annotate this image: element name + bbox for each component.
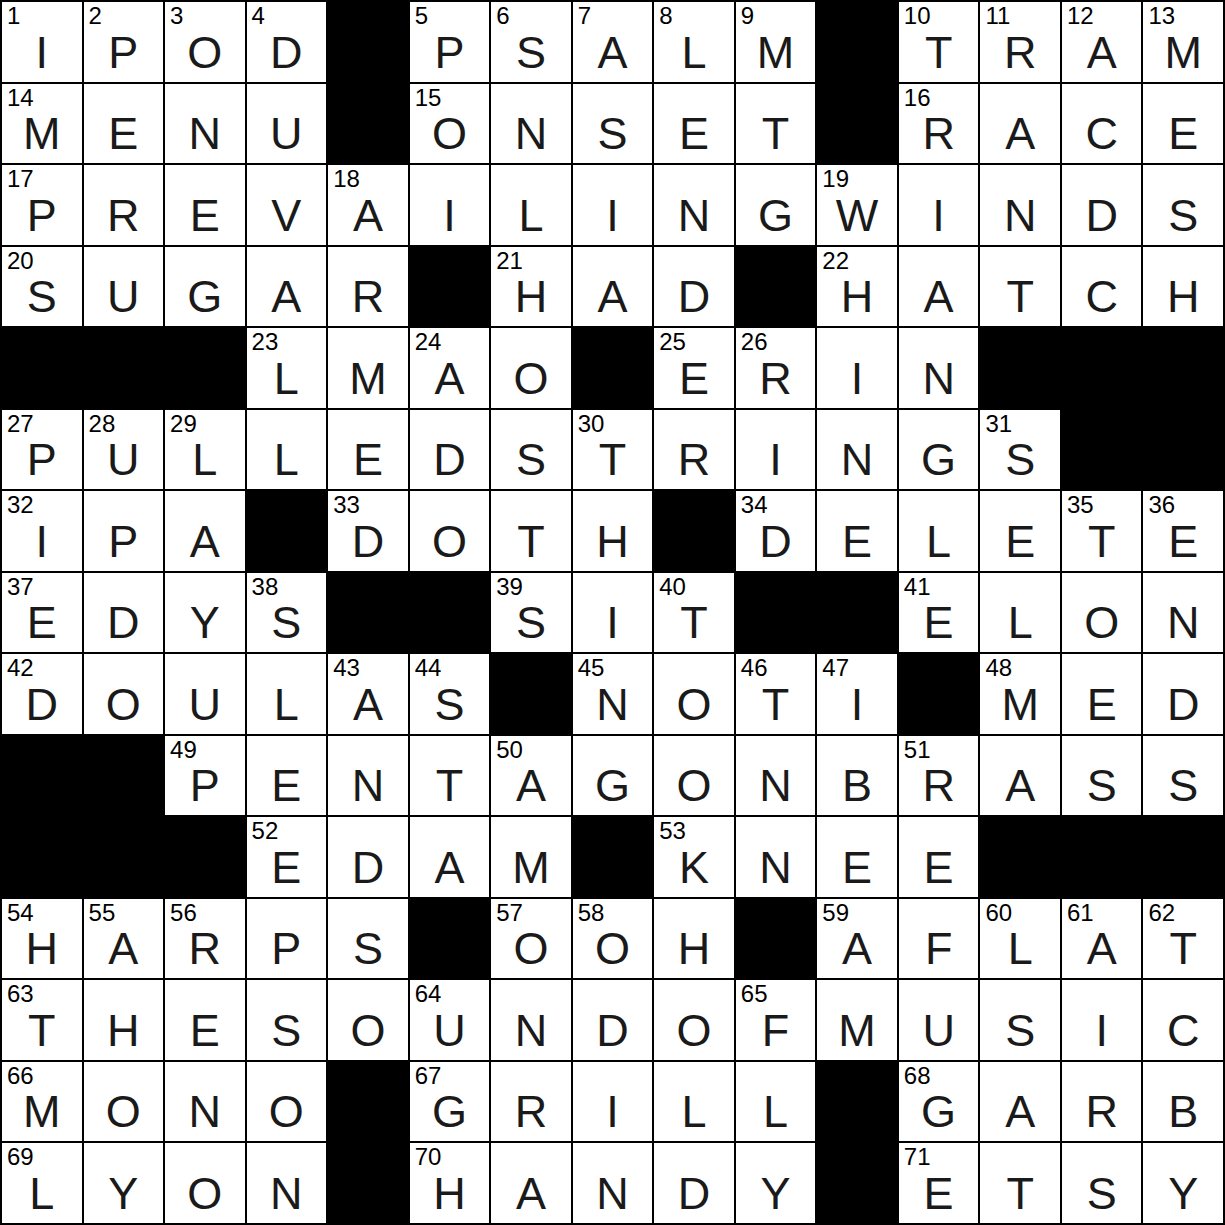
cell-r15c8[interactable]: N [573,1143,653,1223]
cell-letter: E [654,111,734,156]
cell-r12c4[interactable]: P [247,899,327,979]
cell-r4c3[interactable]: G [165,247,245,327]
cell-r1c12[interactable]: 10T [899,2,979,82]
cell-r11c12[interactable]: E [899,817,979,897]
cell-r10c4[interactable]: E [247,736,327,816]
cell-r6c10[interactable]: I [736,410,816,490]
cell-letter: H [573,519,653,564]
cell-r1c10[interactable]: 9M [736,2,816,82]
cell-r10c11[interactable]: B [817,736,897,816]
cell-r3c8[interactable]: I [573,165,653,245]
block-r11c8 [573,817,653,897]
cell-r8c3[interactable]: Y [165,573,245,653]
clue-number: 50 [496,737,523,763]
cell-r6c8[interactable]: 30T [573,410,653,490]
cell-letter: P [247,926,327,971]
cell-r2c15[interactable]: E [1143,84,1223,164]
cell-r10c8[interactable]: G [573,736,653,816]
clue-number: 61 [1067,900,1094,926]
clue-number: 57 [496,900,523,926]
cell-letter: N [899,356,979,401]
cell-r6c1[interactable]: 27P [2,410,82,490]
cell-r15c15[interactable]: Y [1143,1143,1223,1223]
cell-r2c10[interactable]: T [736,84,816,164]
cell-r13c14[interactable]: I [1062,980,1142,1060]
cell-r1c7[interactable]: 6S [491,2,571,82]
cell-r1c15[interactable]: 13M [1143,2,1223,82]
cell-r3c13[interactable]: N [980,165,1060,245]
cell-r3c10[interactable]: G [736,165,816,245]
cell-r10c15[interactable]: S [1143,736,1223,816]
cell-r1c14[interactable]: 12A [1062,2,1142,82]
cell-r7c12[interactable]: L [899,491,979,571]
cell-r9c3[interactable]: U [165,654,245,734]
cell-r3c6[interactable]: I [410,165,490,245]
clue-number: 67 [415,1063,442,1089]
cell-r4c1[interactable]: 20S [2,247,82,327]
cell-letter: E [980,519,1060,564]
cell-letter: P [2,193,82,238]
cell-r4c14[interactable]: C [1062,247,1142,327]
cell-r8c14[interactable]: O [1062,573,1142,653]
cell-letter: I [1062,1008,1142,1053]
clue-number: 68 [904,1063,931,1089]
cell-r4c4[interactable]: A [247,247,327,327]
cell-letter: M [491,845,571,890]
cell-r10c3[interactable]: 49P [165,736,245,816]
cell-r7c7[interactable]: T [491,491,571,571]
cell-r12c3[interactable]: 56R [165,899,245,979]
block-r9c12 [899,654,979,734]
cell-r9c5[interactable]: 43A [328,654,408,734]
clue-number: 31 [985,411,1012,437]
cell-r3c2[interactable]: R [84,165,164,245]
cell-r11c7[interactable]: M [491,817,571,897]
cell-r7c8[interactable]: H [573,491,653,571]
cell-letter: H [410,1171,490,1216]
cell-r14c10[interactable]: L [736,1062,816,1142]
cell-r8c2[interactable]: D [84,573,164,653]
cell-r7c5[interactable]: 33D [328,491,408,571]
cell-r15c9[interactable]: D [654,1143,734,1223]
cell-r9c15[interactable]: D [1143,654,1223,734]
block-r5c8 [573,328,653,408]
block-r15c5 [328,1143,408,1223]
cell-letter: S [1143,193,1223,238]
cell-r13c1[interactable]: 63T [2,980,82,1060]
cell-r2c2[interactable]: E [84,84,164,164]
cell-r11c6[interactable]: A [410,817,490,897]
cell-r7c10[interactable]: 34D [736,491,816,571]
cell-r15c10[interactable]: Y [736,1143,816,1223]
clue-number: 24 [415,329,442,355]
cell-r8c15[interactable]: N [1143,573,1223,653]
cell-r6c3[interactable]: 29L [165,410,245,490]
cell-r6c11[interactable]: N [817,410,897,490]
block-r15c11 [817,1143,897,1223]
cell-r4c7[interactable]: 21H [491,247,571,327]
cell-r13c6[interactable]: 64U [410,980,490,1060]
cell-r7c14[interactable]: 35T [1062,491,1142,571]
cell-r5c6[interactable]: 24A [410,328,490,408]
cell-letter: L [654,1089,734,1134]
cell-letter: A [328,682,408,727]
cell-r12c2[interactable]: 55A [84,899,164,979]
clue-number: 69 [7,1144,34,1170]
cell-r7c15[interactable]: 36E [1143,491,1223,571]
clue-number: 42 [7,655,34,681]
cell-r11c5[interactable]: D [328,817,408,897]
cell-r10c14[interactable]: S [1062,736,1142,816]
block-r5c3 [165,328,245,408]
clue-number: 11 [985,3,1010,29]
cell-r2c13[interactable]: A [980,84,1060,164]
clue-number: 3 [170,3,183,29]
cell-r4c11[interactable]: 22H [817,247,897,327]
cell-letter: C [1062,111,1142,156]
cell-r15c4[interactable]: N [247,1143,327,1223]
cell-letter: L [736,1089,816,1134]
cell-letter: I [817,356,897,401]
cell-letter: T [654,600,734,645]
cell-r13c10[interactable]: 65F [736,980,816,1060]
block-r7c4 [247,491,327,571]
cell-r3c9[interactable]: N [654,165,734,245]
cell-r2c9[interactable]: E [654,84,734,164]
block-r8c6 [410,573,490,653]
cell-r8c7[interactable]: 39S [491,573,571,653]
cell-r13c4[interactable]: S [247,980,327,1060]
cell-letter: N [980,193,1060,238]
cell-r12c1[interactable]: 54H [2,899,82,979]
cell-letter: R [736,356,816,401]
cell-letter: H [817,274,897,319]
cell-letter: O [410,111,490,156]
cell-r9c2[interactable]: O [84,654,164,734]
clue-number: 6 [496,3,509,29]
cell-r6c6[interactable]: D [410,410,490,490]
cell-letter: T [980,274,1060,319]
cell-r14c7[interactable]: R [491,1062,571,1142]
clue-number: 53 [659,818,686,844]
cell-r3c5[interactable]: 18A [328,165,408,245]
cell-r15c13[interactable]: T [980,1143,1060,1223]
cell-letter: H [1143,274,1223,319]
cell-r5c11[interactable]: I [817,328,897,408]
cell-letter: O [328,1008,408,1053]
cell-r12c13[interactable]: 60L [980,899,1060,979]
cell-letter: R [980,30,1060,75]
cell-letter: N [573,1171,653,1216]
cell-r15c14[interactable]: S [1062,1143,1142,1223]
cell-letter: I [410,193,490,238]
clue-number: 63 [7,981,34,1007]
cell-r9c1[interactable]: 42D [2,654,82,734]
cell-r7c13[interactable]: E [980,491,1060,571]
cell-r6c12[interactable]: G [899,410,979,490]
cell-r13c13[interactable]: S [980,980,1060,1060]
clue-number: 20 [7,248,34,274]
clue-number: 14 [7,85,34,111]
block-r5c15 [1143,328,1223,408]
cell-r1c6[interactable]: 5P [410,2,490,82]
cell-letter: F [899,926,979,971]
cell-letter: C [1062,274,1142,319]
cell-r6c2[interactable]: 28U [84,410,164,490]
block-r2c11 [817,84,897,164]
cell-letter: U [84,274,164,319]
cell-letter: M [1143,30,1223,75]
cell-r3c3[interactable]: E [165,165,245,245]
cell-letter: P [410,30,490,75]
cell-r14c12[interactable]: 68G [899,1062,979,1142]
cell-r15c1[interactable]: 69L [2,1143,82,1223]
cell-r9c9[interactable]: O [654,654,734,734]
cell-letter: A [899,274,979,319]
cell-r5c10[interactable]: 26R [736,328,816,408]
cell-letter: Y [165,600,245,645]
cell-r13c12[interactable]: U [899,980,979,1060]
cell-r6c13[interactable]: 31S [980,410,1060,490]
cell-r13c9[interactable]: O [654,980,734,1060]
cell-r10c6[interactable]: T [410,736,490,816]
cell-r12c15[interactable]: 62T [1143,899,1223,979]
cell-letter: U [165,682,245,727]
cell-r8c4[interactable]: 38S [247,573,327,653]
cell-r12c5[interactable]: S [328,899,408,979]
cell-letter: L [247,356,327,401]
cell-r2c8[interactable]: S [573,84,653,164]
cell-letter: E [1143,519,1223,564]
cell-r4c12[interactable]: A [899,247,979,327]
cell-r14c8[interactable]: I [573,1062,653,1142]
cell-letter: A [1062,30,1142,75]
cell-letter: M [2,1089,82,1134]
cell-r9c11[interactable]: 47I [817,654,897,734]
cell-r2c14[interactable]: C [1062,84,1142,164]
cell-letter: G [410,1089,490,1134]
cell-r15c12[interactable]: 71E [899,1143,979,1223]
cell-letter: D [1062,193,1142,238]
clue-number: 33 [333,492,360,518]
cell-r12c12[interactable]: F [899,899,979,979]
cell-letter: O [573,926,653,971]
cell-letter: H [2,926,82,971]
cell-r10c13[interactable]: A [980,736,1060,816]
cell-r15c6[interactable]: 70H [410,1143,490,1223]
clue-number: 56 [170,900,197,926]
cell-r1c9[interactable]: 8L [654,2,734,82]
cell-letter: D [247,30,327,75]
cell-letter: D [328,519,408,564]
cell-letter: O [410,519,490,564]
cell-letter: O [654,763,734,808]
cell-letter: L [980,600,1060,645]
cell-r9c4[interactable]: L [247,654,327,734]
cell-letter: D [654,274,734,319]
cell-r5c5[interactable]: M [328,328,408,408]
cell-letter: O [654,682,734,727]
clue-number: 9 [741,3,754,29]
cell-r12c8[interactable]: 58O [573,899,653,979]
cell-r9c8[interactable]: 45N [573,654,653,734]
cell-r11c9[interactable]: 53K [654,817,734,897]
cell-r6c9[interactable]: R [654,410,734,490]
cell-r14c4[interactable]: O [247,1062,327,1142]
cell-r13c15[interactable]: C [1143,980,1223,1060]
cell-r1c2[interactable]: 2P [84,2,164,82]
cell-letter: N [165,1089,245,1134]
cell-r4c13[interactable]: T [980,247,1060,327]
cell-r8c13[interactable]: L [980,573,1060,653]
cell-r15c2[interactable]: Y [84,1143,164,1223]
cell-letter: A [410,356,490,401]
cell-r1c1[interactable]: 1I [2,2,82,82]
cell-r2c12[interactable]: 16R [899,84,979,164]
cell-letter: G [899,1089,979,1134]
cell-letter: P [84,30,164,75]
clue-number: 44 [415,655,442,681]
cell-r5c4[interactable]: 23L [247,328,327,408]
cell-letter: L [247,682,327,727]
cell-r7c2[interactable]: P [84,491,164,571]
cell-r3c15[interactable]: S [1143,165,1223,245]
cell-r13c7[interactable]: N [491,980,571,1060]
clue-number: 25 [659,329,686,355]
clue-number: 47 [822,655,849,681]
cell-r5c9[interactable]: 25E [654,328,734,408]
cell-letter: R [899,763,979,808]
cell-r10c12[interactable]: 51R [899,736,979,816]
cell-r1c8[interactable]: 7A [573,2,653,82]
cell-r13c2[interactable]: H [84,980,164,1060]
cell-r14c6[interactable]: 67G [410,1062,490,1142]
block-r5c14 [1062,328,1142,408]
cell-r9c10[interactable]: 46T [736,654,816,734]
cell-letter: I [817,682,897,727]
cell-r15c7[interactable]: A [491,1143,571,1223]
cell-r8c8[interactable]: I [573,573,653,653]
clue-number: 46 [741,655,768,681]
cell-letter: A [980,763,1060,808]
cell-r3c11[interactable]: 19W [817,165,897,245]
cell-r15c3[interactable]: O [165,1143,245,1223]
cell-r3c4[interactable]: V [247,165,327,245]
cell-r12c7[interactable]: 57O [491,899,571,979]
cell-r13c11[interactable]: M [817,980,897,1060]
cell-r3c7[interactable]: L [491,165,571,245]
cell-r13c5[interactable]: O [328,980,408,1060]
clue-number: 35 [1067,492,1094,518]
cell-r4c8[interactable]: A [573,247,653,327]
clue-number: 8 [659,3,672,29]
cell-r2c4[interactable]: U [247,84,327,164]
cell-r10c7[interactable]: 50A [491,736,571,816]
cell-r11c4[interactable]: 52E [247,817,327,897]
cell-r12c11[interactable]: 59A [817,899,897,979]
cell-r6c4[interactable]: L [247,410,327,490]
cell-r14c15[interactable]: B [1143,1062,1223,1142]
cell-letter: T [2,1008,82,1053]
cell-r3c14[interactable]: D [1062,165,1142,245]
cell-r11c10[interactable]: N [736,817,816,897]
clue-number: 45 [578,655,605,681]
cell-r1c13[interactable]: 11R [980,2,1060,82]
cell-r6c5[interactable]: E [328,410,408,490]
cell-r9c13[interactable]: 48M [980,654,1060,734]
cell-letter: I [2,30,82,75]
cell-r2c1[interactable]: 14M [2,84,82,164]
cell-r2c3[interactable]: N [165,84,245,164]
cell-r10c5[interactable]: N [328,736,408,816]
cell-letter: A [980,111,1060,156]
cell-letter: R [1062,1089,1142,1134]
cell-r7c1[interactable]: 32I [2,491,82,571]
cell-letter: S [247,1008,327,1053]
cell-r11c11[interactable]: E [817,817,897,897]
clue-number: 70 [415,1144,442,1170]
cell-r3c1[interactable]: 17P [2,165,82,245]
cell-letter: S [491,600,571,645]
cell-letter: Y [1143,1171,1223,1216]
cell-r13c3[interactable]: E [165,980,245,1060]
cell-r14c14[interactable]: R [1062,1062,1142,1142]
cell-r6c7[interactable]: S [491,410,571,490]
cell-letter: D [654,1171,734,1216]
cell-r13c8[interactable]: D [573,980,653,1060]
cell-r12c14[interactable]: 61A [1062,899,1142,979]
cell-r3c12[interactable]: I [899,165,979,245]
cell-r4c5[interactable]: R [328,247,408,327]
cell-r5c7[interactable]: O [491,328,571,408]
cell-r14c13[interactable]: A [980,1062,1060,1142]
cell-r8c9[interactable]: 40T [654,573,734,653]
cell-r4c2[interactable]: U [84,247,164,327]
cell-r4c9[interactable]: D [654,247,734,327]
cell-r7c11[interactable]: E [817,491,897,571]
cell-letter: P [2,437,82,482]
cell-r14c2[interactable]: O [84,1062,164,1142]
cell-r2c7[interactable]: N [491,84,571,164]
cell-letter: O [165,30,245,75]
cell-r1c4[interactable]: 4D [247,2,327,82]
cell-r10c10[interactable]: N [736,736,816,816]
cell-r9c6[interactable]: 44S [410,654,490,734]
cell-r4c15[interactable]: H [1143,247,1223,327]
block-r6c15 [1143,410,1223,490]
cell-r8c12[interactable]: 41E [899,573,979,653]
cell-r14c9[interactable]: L [654,1062,734,1142]
cell-r9c14[interactable]: E [1062,654,1142,734]
cell-r7c3[interactable]: A [165,491,245,571]
block-r11c2 [84,817,164,897]
cell-r1c3[interactable]: 3O [165,2,245,82]
cell-letter: A [573,274,653,319]
cell-r5c12[interactable]: N [899,328,979,408]
cell-r14c3[interactable]: N [165,1062,245,1142]
cell-r12c9[interactable]: H [654,899,734,979]
cell-r2c6[interactable]: 15O [410,84,490,164]
cell-letter: L [2,1171,82,1216]
clue-number: 10 [904,3,931,29]
cell-r7c6[interactable]: O [410,491,490,571]
cell-r14c1[interactable]: 66M [2,1062,82,1142]
cell-r10c9[interactable]: O [654,736,734,816]
clue-number: 64 [415,981,442,1007]
cell-r8c1[interactable]: 37E [2,573,82,653]
cell-letter: A [410,845,490,890]
block-r5c1 [2,328,82,408]
